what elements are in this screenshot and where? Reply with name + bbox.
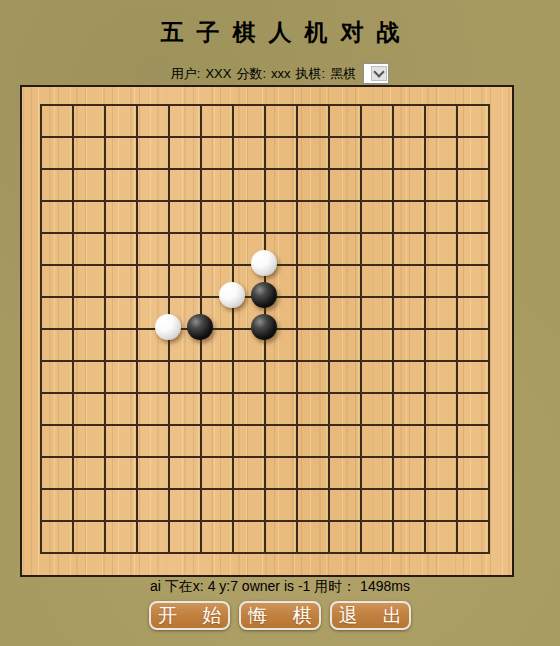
control-buttons: 开 始 悔 棋 退 出 [0, 601, 560, 630]
board-intersections [25, 89, 505, 569]
undo-button[interactable]: 悔 棋 [239, 601, 320, 630]
user-label: 用户: [171, 65, 201, 83]
start-button[interactable]: 开 始 [149, 601, 230, 630]
chevron-down-icon [374, 66, 385, 77]
side-select[interactable] [363, 63, 389, 84]
black-stone [251, 314, 277, 340]
status-text: ai 下在x: 4 y:7 owner is -1 用时： 1498ms [0, 578, 560, 596]
side-label: 执棋: [296, 65, 326, 83]
black-stone [187, 314, 213, 340]
user-value: XXX [205, 66, 231, 81]
select-dropdown-button[interactable] [371, 66, 387, 81]
score-label: 分数: [236, 65, 266, 83]
white-stone [155, 314, 181, 340]
player-info-bar: 用户: XXX 分数: xxx 执棋: 黑棋 [0, 62, 560, 85]
exit-button[interactable]: 退 出 [330, 601, 411, 630]
white-stone [219, 282, 245, 308]
page-title: 五子棋人机对战 [0, 17, 560, 48]
gomoku-board[interactable] [20, 85, 514, 577]
white-stone [251, 250, 277, 276]
score-value: xxx [271, 66, 291, 81]
black-stone [251, 282, 277, 308]
side-value: 黑棋 [330, 65, 356, 83]
